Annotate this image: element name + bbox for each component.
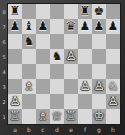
- square-f1[interactable]: [78, 109, 92, 124]
- square-h1[interactable]: [106, 109, 120, 124]
- rank-labels: 87654321: [0, 4, 8, 124]
- square-a2[interactable]: ♙: [8, 94, 22, 109]
- square-b3[interactable]: ♗: [22, 79, 36, 94]
- square-e7[interactable]: ♛: [64, 19, 78, 34]
- square-g1[interactable]: ♔: [92, 109, 106, 124]
- square-h8[interactable]: [106, 4, 120, 19]
- square-h2[interactable]: ♙: [106, 94, 120, 109]
- square-e4[interactable]: [64, 64, 78, 79]
- square-f7[interactable]: ♟: [78, 19, 92, 34]
- square-g4[interactable]: [92, 64, 106, 79]
- rank-label-3: 3: [0, 79, 8, 94]
- file-label-f: f: [78, 124, 92, 135]
- square-f4[interactable]: [78, 64, 92, 79]
- black-pawn-piece[interactable]: ♟: [92, 19, 106, 34]
- file-label-e: e: [64, 124, 78, 135]
- square-e1[interactable]: ♖: [64, 109, 78, 124]
- square-a6[interactable]: [8, 34, 22, 49]
- black-bishop-piece[interactable]: ♝: [22, 19, 36, 34]
- square-g3[interactable]: ♙: [92, 79, 106, 94]
- square-c3[interactable]: [36, 79, 50, 94]
- square-g7[interactable]: ♟: [92, 19, 106, 34]
- black-king-piece[interactable]: ♚: [92, 4, 106, 19]
- square-h3[interactable]: ♘: [106, 79, 120, 94]
- square-g5[interactable]: [92, 49, 106, 64]
- white-pawn-piece[interactable]: ♙: [92, 79, 106, 94]
- black-rook-piece[interactable]: ♜: [78, 4, 92, 19]
- white-pawn-piece[interactable]: ♙: [64, 49, 78, 64]
- square-d1[interactable]: ♕: [50, 109, 64, 124]
- file-label-a: a: [8, 124, 22, 135]
- rank-label-4: 4: [0, 64, 8, 79]
- white-knight-piece[interactable]: ♘: [106, 79, 120, 94]
- black-queen-piece[interactable]: ♛: [64, 19, 78, 34]
- black-rook-piece[interactable]: ♜: [8, 4, 22, 19]
- square-e6[interactable]: [64, 34, 78, 49]
- file-labels: abcdefgh: [8, 124, 120, 135]
- white-queen-piece[interactable]: ♕: [50, 109, 64, 124]
- square-c6[interactable]: [36, 34, 50, 49]
- file-label-g: g: [92, 124, 106, 135]
- white-rook-piece[interactable]: ♖: [8, 109, 22, 124]
- square-b6[interactable]: ♞: [22, 34, 36, 49]
- white-bishop-piece[interactable]: ♗: [22, 79, 36, 94]
- square-h5[interactable]: [106, 49, 120, 64]
- square-b8[interactable]: [22, 4, 36, 19]
- rank-label-1: 1: [0, 109, 8, 124]
- square-h4[interactable]: [106, 64, 120, 79]
- square-a7[interactable]: ♟: [8, 19, 22, 34]
- rank-label-5: 5: [0, 49, 8, 64]
- black-pawn-piece[interactable]: ♟: [36, 19, 50, 34]
- square-b4[interactable]: [22, 64, 36, 79]
- file-label-d: d: [50, 124, 64, 135]
- square-e2[interactable]: [64, 94, 78, 109]
- square-c5[interactable]: [36, 49, 50, 64]
- square-b5[interactable]: [22, 49, 36, 64]
- square-d6[interactable]: [50, 34, 64, 49]
- white-king-piece[interactable]: ♔: [92, 109, 106, 124]
- square-d2[interactable]: [50, 94, 64, 109]
- black-knight-piece[interactable]: ♞: [50, 49, 64, 64]
- white-pawn-piece[interactable]: ♙: [8, 94, 22, 109]
- square-b1[interactable]: [22, 109, 36, 124]
- white-bishop-piece[interactable]: ♗: [36, 109, 50, 124]
- square-g2[interactable]: [92, 94, 106, 109]
- rank-label-6: 6: [0, 34, 8, 49]
- square-g6[interactable]: [92, 34, 106, 49]
- square-b7[interactable]: ♝: [22, 19, 36, 34]
- black-knight-piece[interactable]: ♞: [22, 34, 36, 49]
- square-f5[interactable]: [78, 49, 92, 64]
- white-pawn-piece[interactable]: ♙: [106, 94, 120, 109]
- square-c1[interactable]: ♗: [36, 109, 50, 124]
- square-f2[interactable]: [78, 94, 92, 109]
- file-label-c: c: [36, 124, 50, 135]
- square-f3[interactable]: ♙: [78, 79, 92, 94]
- square-a1[interactable]: ♖: [8, 109, 22, 124]
- black-pawn-piece[interactable]: ♟: [106, 19, 120, 34]
- rank-label-8: 8: [0, 4, 8, 19]
- white-rook-piece[interactable]: ♖: [64, 109, 78, 124]
- square-e5[interactable]: ♙: [64, 49, 78, 64]
- square-d4[interactable]: [50, 64, 64, 79]
- black-pawn-piece[interactable]: ♟: [78, 19, 92, 34]
- black-pawn-piece[interactable]: ♟: [8, 19, 22, 34]
- square-g8[interactable]: ♚: [92, 4, 106, 19]
- square-d3[interactable]: [50, 79, 64, 94]
- white-pawn-piece[interactable]: ♙: [78, 79, 92, 94]
- chess-diagram: 87654321 ♜♜♚♟♝♟♛♟♟♟♞♞♙♗♙♙♘♙♙♖♗♕♖♔ abcdef…: [0, 0, 125, 135]
- square-e3[interactable]: [64, 79, 78, 94]
- chess-board: ♜♜♚♟♝♟♛♟♟♟♞♞♙♗♙♙♘♙♙♖♗♕♖♔: [8, 4, 120, 124]
- square-d8[interactable]: [50, 4, 64, 19]
- square-c2[interactable]: [36, 94, 50, 109]
- square-e8[interactable]: [64, 4, 78, 19]
- square-b2[interactable]: [22, 94, 36, 109]
- square-a8[interactable]: ♜: [8, 4, 22, 19]
- square-h6[interactable]: [106, 34, 120, 49]
- file-label-b: b: [22, 124, 36, 135]
- square-a3[interactable]: [8, 79, 22, 94]
- rank-label-2: 2: [0, 94, 8, 109]
- file-label-h: h: [106, 124, 120, 135]
- square-d5[interactable]: ♞: [50, 49, 64, 64]
- rank-label-7: 7: [0, 19, 8, 34]
- square-f6[interactable]: [78, 34, 92, 49]
- square-h7[interactable]: ♟: [106, 19, 120, 34]
- square-a5[interactable]: [8, 49, 22, 64]
- square-a4[interactable]: [8, 64, 22, 79]
- square-c7[interactable]: ♟: [36, 19, 50, 34]
- square-d7[interactable]: [50, 19, 64, 34]
- square-f8[interactable]: ♜: [78, 4, 92, 19]
- square-c8[interactable]: [36, 4, 50, 19]
- square-c4[interactable]: [36, 64, 50, 79]
